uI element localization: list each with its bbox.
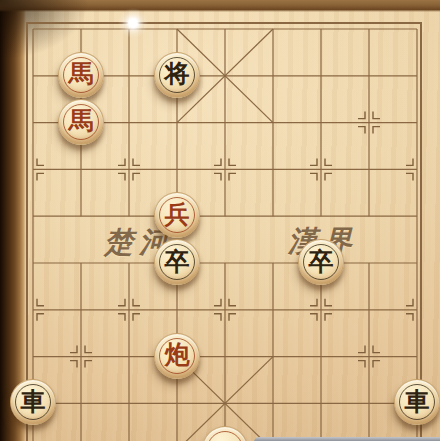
piece-red-horse-2[interactable]: 馬 bbox=[58, 99, 104, 145]
bottom-panel-edge bbox=[254, 437, 440, 441]
piece-glyph: 兵 bbox=[165, 202, 190, 227]
piece-black-soldier-1[interactable]: 卒 bbox=[154, 239, 200, 285]
piece-glyph: 馬 bbox=[69, 108, 94, 133]
piece-red-soldier[interactable]: 兵 bbox=[154, 192, 200, 238]
piece-glyph: 炮 bbox=[165, 342, 190, 367]
piece-glyph: 卒 bbox=[165, 249, 190, 274]
piece-black-chariot-2[interactable]: 車 bbox=[394, 379, 440, 425]
piece-black-general[interactable]: 将 bbox=[154, 52, 200, 98]
piece-black-chariot-1[interactable]: 車 bbox=[10, 379, 56, 425]
piece-glyph: 車 bbox=[405, 389, 430, 414]
xiangqi-board[interactable]: 楚河 漢界 馬将馬兵卒卒炮車車 bbox=[0, 0, 440, 441]
piece-red-cannon[interactable]: 炮 bbox=[154, 333, 200, 379]
piece-glyph: 卒 bbox=[309, 249, 334, 274]
piece-ring bbox=[207, 431, 243, 441]
piece-black-soldier-2[interactable]: 卒 bbox=[298, 239, 344, 285]
piece-glyph: 馬 bbox=[69, 61, 94, 86]
piece-glyph: 車 bbox=[21, 389, 46, 414]
piece-glyph: 将 bbox=[165, 61, 190, 86]
piece-red-horse-1[interactable]: 馬 bbox=[58, 52, 104, 98]
pieces-layer: 馬将馬兵卒卒炮車車 bbox=[0, 0, 440, 441]
piece-cutoff-piece[interactable] bbox=[202, 426, 248, 441]
